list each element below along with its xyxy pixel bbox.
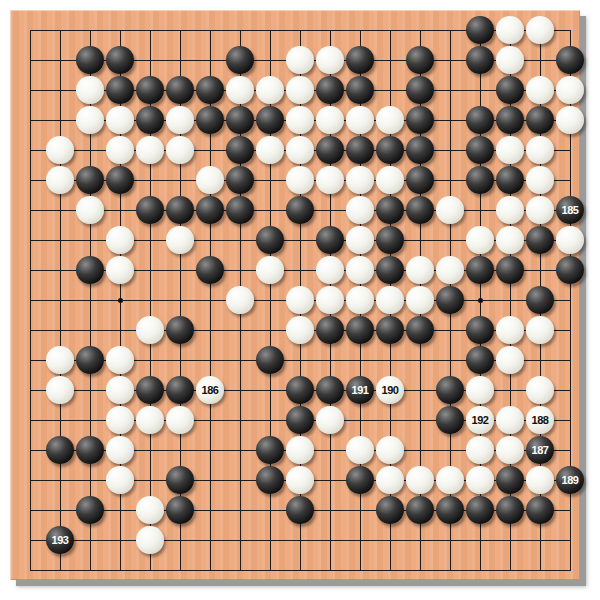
- intersection-r13-c2[interactable]: [75, 405, 105, 435]
- intersection-r16-c16[interactable]: [495, 495, 525, 525]
- intersection-r17-c6[interactable]: [195, 525, 225, 555]
- intersection-r5-c18[interactable]: [555, 165, 585, 195]
- intersection-r4-c6[interactable]: [195, 135, 225, 165]
- intersection-r13-c17[interactable]: 188: [525, 405, 555, 435]
- intersection-r12-c11[interactable]: 191: [345, 375, 375, 405]
- intersection-r1-c12[interactable]: [375, 45, 405, 75]
- intersection-r12-c12[interactable]: 190: [375, 375, 405, 405]
- intersection-r1-c16[interactable]: [495, 45, 525, 75]
- intersection-r11-c16[interactable]: [495, 345, 525, 375]
- intersection-r0-c17[interactable]: [525, 15, 555, 45]
- intersection-r17-c14[interactable]: [435, 525, 465, 555]
- intersection-r18-c3[interactable]: [105, 555, 135, 585]
- intersection-r0-c3[interactable]: [105, 15, 135, 45]
- intersection-r13-c16[interactable]: [495, 405, 525, 435]
- intersection-r7-c10[interactable]: [315, 225, 345, 255]
- intersection-r6-c12[interactable]: [375, 195, 405, 225]
- intersection-r6-c5[interactable]: [165, 195, 195, 225]
- intersection-r16-c8[interactable]: [255, 495, 285, 525]
- intersection-r14-c4[interactable]: [135, 435, 165, 465]
- intersection-r9-c0[interactable]: [15, 285, 45, 315]
- intersection-r17-c8[interactable]: [255, 525, 285, 555]
- intersection-r3-c12[interactable]: [375, 105, 405, 135]
- intersection-r0-c4[interactable]: [135, 15, 165, 45]
- intersection-r17-c5[interactable]: [165, 525, 195, 555]
- intersection-r14-c6[interactable]: [195, 435, 225, 465]
- intersection-r5-c0[interactable]: [15, 165, 45, 195]
- intersection-r2-c11[interactable]: [345, 75, 375, 105]
- intersection-r14-c10[interactable]: [315, 435, 345, 465]
- intersection-r5-c15[interactable]: [465, 165, 495, 195]
- intersection-r9-c15[interactable]: [465, 285, 495, 315]
- intersection-r2-c5[interactable]: [165, 75, 195, 105]
- intersection-r4-c15[interactable]: [465, 135, 495, 165]
- intersection-r16-c9[interactable]: [285, 495, 315, 525]
- intersection-r2-c12[interactable]: [375, 75, 405, 105]
- intersection-r18-c17[interactable]: [525, 555, 555, 585]
- intersection-r7-c14[interactable]: [435, 225, 465, 255]
- intersection-r10-c17[interactable]: [525, 315, 555, 345]
- intersection-r6-c11[interactable]: [345, 195, 375, 225]
- intersection-r2-c15[interactable]: [465, 75, 495, 105]
- intersection-r6-c3[interactable]: [105, 195, 135, 225]
- intersection-r18-c4[interactable]: [135, 555, 165, 585]
- intersection-r9-c16[interactable]: [495, 285, 525, 315]
- intersection-r0-c18[interactable]: [555, 15, 585, 45]
- intersection-r16-c11[interactable]: [345, 495, 375, 525]
- intersection-r6-c1[interactable]: [45, 195, 75, 225]
- intersection-r12-c17[interactable]: [525, 375, 555, 405]
- intersection-r17-c2[interactable]: [75, 525, 105, 555]
- intersection-r10-c10[interactable]: [315, 315, 345, 345]
- intersection-r1-c7[interactable]: [225, 45, 255, 75]
- intersection-r17-c11[interactable]: [345, 525, 375, 555]
- intersection-r14-c11[interactable]: [345, 435, 375, 465]
- intersection-r9-c5[interactable]: [165, 285, 195, 315]
- intersection-r8-c14[interactable]: [435, 255, 465, 285]
- intersection-r13-c18[interactable]: [555, 405, 585, 435]
- intersection-r18-c9[interactable]: [285, 555, 315, 585]
- intersection-r6-c7[interactable]: [225, 195, 255, 225]
- intersection-r9-c7[interactable]: [225, 285, 255, 315]
- intersection-r6-c16[interactable]: [495, 195, 525, 225]
- intersection-r7-c1[interactable]: [45, 225, 75, 255]
- intersection-r2-c16[interactable]: [495, 75, 525, 105]
- intersection-r12-c13[interactable]: [405, 375, 435, 405]
- intersection-r17-c12[interactable]: [375, 525, 405, 555]
- intersection-r2-c1[interactable]: [45, 75, 75, 105]
- intersection-r6-c13[interactable]: [405, 195, 435, 225]
- intersection-r10-c11[interactable]: [345, 315, 375, 345]
- intersection-r14-c15[interactable]: [465, 435, 495, 465]
- intersection-r5-c5[interactable]: [165, 165, 195, 195]
- intersection-r15-c15[interactable]: [465, 465, 495, 495]
- intersection-r8-c0[interactable]: [15, 255, 45, 285]
- intersection-r0-c7[interactable]: [225, 15, 255, 45]
- intersection-r17-c17[interactable]: [525, 525, 555, 555]
- intersection-r17-c13[interactable]: [405, 525, 435, 555]
- intersection-r3-c3[interactable]: [105, 105, 135, 135]
- intersection-r5-c16[interactable]: [495, 165, 525, 195]
- intersection-r9-c18[interactable]: [555, 285, 585, 315]
- intersection-r7-c7[interactable]: [225, 225, 255, 255]
- intersection-r3-c18[interactable]: [555, 105, 585, 135]
- intersection-r8-c15[interactable]: [465, 255, 495, 285]
- intersection-r1-c1[interactable]: [45, 45, 75, 75]
- intersection-r16-c17[interactable]: [525, 495, 555, 525]
- intersection-r15-c14[interactable]: [435, 465, 465, 495]
- intersection-r13-c15[interactable]: 192: [465, 405, 495, 435]
- intersection-r4-c3[interactable]: [105, 135, 135, 165]
- intersection-r3-c6[interactable]: [195, 105, 225, 135]
- intersection-r15-c12[interactable]: [375, 465, 405, 495]
- intersection-r9-c8[interactable]: [255, 285, 285, 315]
- intersection-r14-c7[interactable]: [225, 435, 255, 465]
- intersection-r13-c3[interactable]: [105, 405, 135, 435]
- intersection-r11-c6[interactable]: [195, 345, 225, 375]
- intersection-r16-c6[interactable]: [195, 495, 225, 525]
- intersection-r13-c10[interactable]: [315, 405, 345, 435]
- intersection-r2-c7[interactable]: [225, 75, 255, 105]
- intersection-r3-c11[interactable]: [345, 105, 375, 135]
- intersection-r4-c2[interactable]: [75, 135, 105, 165]
- intersection-r12-c5[interactable]: [165, 375, 195, 405]
- intersection-r3-c2[interactable]: [75, 105, 105, 135]
- intersection-r10-c9[interactable]: [285, 315, 315, 345]
- intersection-r4-c7[interactable]: [225, 135, 255, 165]
- intersection-r15-c1[interactable]: [45, 465, 75, 495]
- intersection-r13-c13[interactable]: [405, 405, 435, 435]
- intersection-r11-c1[interactable]: [45, 345, 75, 375]
- intersection-r13-c8[interactable]: [255, 405, 285, 435]
- intersection-r3-c17[interactable]: [525, 105, 555, 135]
- intersection-r18-c14[interactable]: [435, 555, 465, 585]
- intersection-r1-c15[interactable]: [465, 45, 495, 75]
- intersection-r3-c7[interactable]: [225, 105, 255, 135]
- intersection-r8-c11[interactable]: [345, 255, 375, 285]
- intersection-r3-c5[interactable]: [165, 105, 195, 135]
- intersection-r5-c1[interactable]: [45, 165, 75, 195]
- intersection-r1-c13[interactable]: [405, 45, 435, 75]
- intersection-r4-c10[interactable]: [315, 135, 345, 165]
- intersection-r2-c3[interactable]: [105, 75, 135, 105]
- intersection-r10-c14[interactable]: [435, 315, 465, 345]
- intersection-r12-c16[interactable]: [495, 375, 525, 405]
- intersection-r2-c8[interactable]: [255, 75, 285, 105]
- intersection-r6-c14[interactable]: [435, 195, 465, 225]
- intersection-r1-c3[interactable]: [105, 45, 135, 75]
- intersection-r13-c4[interactable]: [135, 405, 165, 435]
- intersection-r9-c14[interactable]: [435, 285, 465, 315]
- intersection-r13-c0[interactable]: [15, 405, 45, 435]
- intersection-r10-c3[interactable]: [105, 315, 135, 345]
- intersection-r14-c12[interactable]: [375, 435, 405, 465]
- intersection-r11-c18[interactable]: [555, 345, 585, 375]
- intersection-r1-c14[interactable]: [435, 45, 465, 75]
- intersection-r0-c8[interactable]: [255, 15, 285, 45]
- intersection-r0-c6[interactable]: [195, 15, 225, 45]
- intersection-r15-c6[interactable]: [195, 465, 225, 495]
- intersection-r10-c0[interactable]: [15, 315, 45, 345]
- intersection-r16-c12[interactable]: [375, 495, 405, 525]
- intersection-r0-c14[interactable]: [435, 15, 465, 45]
- intersection-r3-c0[interactable]: [15, 105, 45, 135]
- intersection-r7-c16[interactable]: [495, 225, 525, 255]
- intersection-r7-c17[interactable]: [525, 225, 555, 255]
- intersection-r8-c1[interactable]: [45, 255, 75, 285]
- intersection-r14-c16[interactable]: [495, 435, 525, 465]
- intersection-r8-c10[interactable]: [315, 255, 345, 285]
- intersection-r17-c4[interactable]: [135, 525, 165, 555]
- intersection-r12-c15[interactable]: [465, 375, 495, 405]
- intersection-r0-c9[interactable]: [285, 15, 315, 45]
- intersection-r17-c16[interactable]: [495, 525, 525, 555]
- intersection-r11-c4[interactable]: [135, 345, 165, 375]
- intersection-r17-c1[interactable]: 193: [45, 525, 75, 555]
- intersection-r6-c2[interactable]: [75, 195, 105, 225]
- intersection-r12-c6[interactable]: 186: [195, 375, 225, 405]
- intersection-r7-c18[interactable]: [555, 225, 585, 255]
- intersection-r18-c1[interactable]: [45, 555, 75, 585]
- intersection-r11-c9[interactable]: [285, 345, 315, 375]
- intersection-r12-c3[interactable]: [105, 375, 135, 405]
- intersection-r8-c8[interactable]: [255, 255, 285, 285]
- intersection-r2-c13[interactable]: [405, 75, 435, 105]
- intersection-r9-c6[interactable]: [195, 285, 225, 315]
- intersection-r6-c8[interactable]: [255, 195, 285, 225]
- intersection-r10-c1[interactable]: [45, 315, 75, 345]
- intersection-r16-c14[interactable]: [435, 495, 465, 525]
- intersection-r11-c12[interactable]: [375, 345, 405, 375]
- intersection-r8-c12[interactable]: [375, 255, 405, 285]
- intersection-r14-c0[interactable]: [15, 435, 45, 465]
- intersection-r1-c4[interactable]: [135, 45, 165, 75]
- intersection-r5-c10[interactable]: [315, 165, 345, 195]
- intersection-r15-c0[interactable]: [15, 465, 45, 495]
- intersection-r15-c17[interactable]: [525, 465, 555, 495]
- intersection-r3-c10[interactable]: [315, 105, 345, 135]
- intersection-r16-c5[interactable]: [165, 495, 195, 525]
- intersection-r16-c13[interactable]: [405, 495, 435, 525]
- intersection-r10-c5[interactable]: [165, 315, 195, 345]
- intersection-r18-c18[interactable]: [555, 555, 585, 585]
- intersection-r12-c1[interactable]: [45, 375, 75, 405]
- intersection-r0-c0[interactable]: [15, 15, 45, 45]
- intersection-r11-c10[interactable]: [315, 345, 345, 375]
- intersection-r2-c18[interactable]: [555, 75, 585, 105]
- intersection-r3-c1[interactable]: [45, 105, 75, 135]
- intersection-r12-c18[interactable]: [555, 375, 585, 405]
- intersection-r9-c11[interactable]: [345, 285, 375, 315]
- intersection-r7-c13[interactable]: [405, 225, 435, 255]
- intersection-r6-c15[interactable]: [465, 195, 495, 225]
- intersection-r12-c4[interactable]: [135, 375, 165, 405]
- intersection-r11-c11[interactable]: [345, 345, 375, 375]
- intersection-r4-c5[interactable]: [165, 135, 195, 165]
- intersection-r16-c2[interactable]: [75, 495, 105, 525]
- intersection-r4-c13[interactable]: [405, 135, 435, 165]
- intersection-r5-c4[interactable]: [135, 165, 165, 195]
- intersection-r18-c12[interactable]: [375, 555, 405, 585]
- intersection-r10-c8[interactable]: [255, 315, 285, 345]
- intersection-r10-c16[interactable]: [495, 315, 525, 345]
- intersection-r18-c15[interactable]: [465, 555, 495, 585]
- intersection-r17-c18[interactable]: [555, 525, 585, 555]
- intersection-r5-c17[interactable]: [525, 165, 555, 195]
- intersection-r15-c4[interactable]: [135, 465, 165, 495]
- intersection-r1-c11[interactable]: [345, 45, 375, 75]
- intersection-r6-c0[interactable]: [15, 195, 45, 225]
- intersection-r17-c15[interactable]: [465, 525, 495, 555]
- intersection-r4-c17[interactable]: [525, 135, 555, 165]
- intersection-r1-c6[interactable]: [195, 45, 225, 75]
- intersection-r5-c9[interactable]: [285, 165, 315, 195]
- intersection-r6-c9[interactable]: [285, 195, 315, 225]
- intersection-r2-c17[interactable]: [525, 75, 555, 105]
- intersection-r4-c12[interactable]: [375, 135, 405, 165]
- intersection-r0-c11[interactable]: [345, 15, 375, 45]
- intersection-r10-c4[interactable]: [135, 315, 165, 345]
- intersection-r7-c8[interactable]: [255, 225, 285, 255]
- intersection-r5-c13[interactable]: [405, 165, 435, 195]
- intersection-r8-c5[interactable]: [165, 255, 195, 285]
- intersection-r9-c4[interactable]: [135, 285, 165, 315]
- intersection-r10-c2[interactable]: [75, 315, 105, 345]
- intersection-r10-c12[interactable]: [375, 315, 405, 345]
- intersection-r2-c14[interactable]: [435, 75, 465, 105]
- intersection-r1-c10[interactable]: [315, 45, 345, 75]
- intersection-r18-c6[interactable]: [195, 555, 225, 585]
- intersection-r14-c18[interactable]: [555, 435, 585, 465]
- intersection-r15-c18[interactable]: 189: [555, 465, 585, 495]
- intersection-r17-c9[interactable]: [285, 525, 315, 555]
- intersection-r15-c16[interactable]: [495, 465, 525, 495]
- intersection-r4-c0[interactable]: [15, 135, 45, 165]
- intersection-r16-c0[interactable]: [15, 495, 45, 525]
- intersection-r5-c3[interactable]: [105, 165, 135, 195]
- intersection-r2-c9[interactable]: [285, 75, 315, 105]
- intersection-r13-c5[interactable]: [165, 405, 195, 435]
- intersection-r7-c4[interactable]: [135, 225, 165, 255]
- intersection-r5-c6[interactable]: [195, 165, 225, 195]
- intersection-r9-c13[interactable]: [405, 285, 435, 315]
- intersection-r8-c6[interactable]: [195, 255, 225, 285]
- intersection-r8-c7[interactable]: [225, 255, 255, 285]
- intersection-r16-c4[interactable]: [135, 495, 165, 525]
- intersection-r11-c2[interactable]: [75, 345, 105, 375]
- intersection-r13-c11[interactable]: [345, 405, 375, 435]
- intersection-r9-c3[interactable]: [105, 285, 135, 315]
- intersection-r18-c5[interactable]: [165, 555, 195, 585]
- intersection-r14-c17[interactable]: 187: [525, 435, 555, 465]
- intersection-r14-c9[interactable]: [285, 435, 315, 465]
- intersection-r17-c0[interactable]: [15, 525, 45, 555]
- intersection-r9-c17[interactable]: [525, 285, 555, 315]
- intersection-r0-c13[interactable]: [405, 15, 435, 45]
- intersection-r17-c3[interactable]: [105, 525, 135, 555]
- intersection-r8-c2[interactable]: [75, 255, 105, 285]
- intersection-r8-c9[interactable]: [285, 255, 315, 285]
- intersection-r0-c1[interactable]: [45, 15, 75, 45]
- intersection-r11-c8[interactable]: [255, 345, 285, 375]
- intersection-r4-c8[interactable]: [255, 135, 285, 165]
- intersection-r5-c12[interactable]: [375, 165, 405, 195]
- intersection-r9-c10[interactable]: [315, 285, 345, 315]
- intersection-r7-c11[interactable]: [345, 225, 375, 255]
- intersection-r18-c2[interactable]: [75, 555, 105, 585]
- intersection-r15-c10[interactable]: [315, 465, 345, 495]
- intersection-r7-c3[interactable]: [105, 225, 135, 255]
- intersection-r2-c0[interactable]: [15, 75, 45, 105]
- intersection-r14-c13[interactable]: [405, 435, 435, 465]
- intersection-r15-c5[interactable]: [165, 465, 195, 495]
- intersection-r0-c2[interactable]: [75, 15, 105, 45]
- intersection-r1-c18[interactable]: [555, 45, 585, 75]
- intersection-r1-c5[interactable]: [165, 45, 195, 75]
- intersection-r3-c13[interactable]: [405, 105, 435, 135]
- intersection-r8-c16[interactable]: [495, 255, 525, 285]
- intersection-r8-c3[interactable]: [105, 255, 135, 285]
- intersection-r13-c1[interactable]: [45, 405, 75, 435]
- intersection-r3-c9[interactable]: [285, 105, 315, 135]
- intersection-r0-c15[interactable]: [465, 15, 495, 45]
- intersection-r15-c13[interactable]: [405, 465, 435, 495]
- intersection-r9-c1[interactable]: [45, 285, 75, 315]
- intersection-r12-c9[interactable]: [285, 375, 315, 405]
- intersection-r7-c0[interactable]: [15, 225, 45, 255]
- intersection-r5-c11[interactable]: [345, 165, 375, 195]
- intersection-r18-c8[interactable]: [255, 555, 285, 585]
- intersection-r4-c1[interactable]: [45, 135, 75, 165]
- intersection-r11-c0[interactable]: [15, 345, 45, 375]
- intersection-r3-c8[interactable]: [255, 105, 285, 135]
- intersection-r1-c9[interactable]: [285, 45, 315, 75]
- intersection-r15-c2[interactable]: [75, 465, 105, 495]
- intersection-r14-c3[interactable]: [105, 435, 135, 465]
- intersection-r4-c9[interactable]: [285, 135, 315, 165]
- intersection-r13-c12[interactable]: [375, 405, 405, 435]
- intersection-r7-c6[interactable]: [195, 225, 225, 255]
- intersection-r16-c7[interactable]: [225, 495, 255, 525]
- intersection-r0-c10[interactable]: [315, 15, 345, 45]
- intersection-r7-c2[interactable]: [75, 225, 105, 255]
- intersection-r16-c3[interactable]: [105, 495, 135, 525]
- intersection-r15-c11[interactable]: [345, 465, 375, 495]
- intersection-r10-c6[interactable]: [195, 315, 225, 345]
- intersection-r11-c14[interactable]: [435, 345, 465, 375]
- intersection-r16-c18[interactable]: [555, 495, 585, 525]
- intersection-r18-c11[interactable]: [345, 555, 375, 585]
- intersection-r10-c18[interactable]: [555, 315, 585, 345]
- intersection-r5-c8[interactable]: [255, 165, 285, 195]
- intersection-r15-c7[interactable]: [225, 465, 255, 495]
- intersection-r1-c8[interactable]: [255, 45, 285, 75]
- intersection-r17-c7[interactable]: [225, 525, 255, 555]
- intersection-r14-c2[interactable]: [75, 435, 105, 465]
- intersection-r10-c15[interactable]: [465, 315, 495, 345]
- intersection-r8-c18[interactable]: [555, 255, 585, 285]
- intersection-r18-c10[interactable]: [315, 555, 345, 585]
- intersection-r7-c15[interactable]: [465, 225, 495, 255]
- intersection-r16-c15[interactable]: [465, 495, 495, 525]
- intersection-r11-c13[interactable]: [405, 345, 435, 375]
- intersection-r13-c9[interactable]: [285, 405, 315, 435]
- intersection-r7-c9[interactable]: [285, 225, 315, 255]
- intersection-r14-c5[interactable]: [165, 435, 195, 465]
- intersection-r0-c12[interactable]: [375, 15, 405, 45]
- intersection-r15-c8[interactable]: [255, 465, 285, 495]
- intersection-r1-c0[interactable]: [15, 45, 45, 75]
